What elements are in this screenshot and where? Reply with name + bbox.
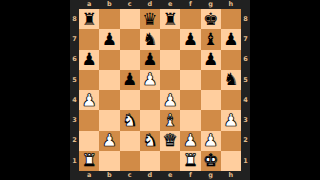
square-a4[interactable]: ♟ bbox=[79, 90, 99, 110]
square-h5[interactable]: ♞ bbox=[221, 70, 241, 90]
square-d7[interactable]: ♞ bbox=[140, 29, 160, 49]
square-f2[interactable]: ♟ bbox=[180, 131, 200, 151]
rank-label-6: 6 bbox=[70, 50, 79, 70]
square-e5[interactable] bbox=[160, 70, 180, 90]
square-h7[interactable]: ♟ bbox=[221, 29, 241, 49]
square-h6[interactable] bbox=[221, 50, 241, 70]
file-label-c: c bbox=[120, 171, 140, 180]
black-knight-piece: ♞ bbox=[142, 30, 157, 47]
square-g7[interactable]: ♝ bbox=[201, 29, 221, 49]
square-a7[interactable] bbox=[79, 29, 99, 49]
white-pawn-piece: ♟ bbox=[223, 111, 238, 128]
black-pawn-piece: ♟ bbox=[82, 51, 97, 68]
rank-labels-right: 87654321 bbox=[241, 9, 250, 171]
square-a2[interactable] bbox=[79, 131, 99, 151]
rank-label-1: 1 bbox=[241, 151, 250, 171]
square-g3[interactable] bbox=[201, 110, 221, 130]
square-d4[interactable] bbox=[140, 90, 160, 110]
square-e2[interactable]: ♛ bbox=[160, 131, 180, 151]
square-b2[interactable]: ♟ bbox=[99, 131, 119, 151]
black-queen-piece: ♛ bbox=[142, 10, 157, 27]
rank-label-2: 2 bbox=[241, 131, 250, 151]
white-rook-piece: ♜ bbox=[82, 152, 97, 169]
square-a3[interactable] bbox=[79, 110, 99, 130]
black-pawn-piece: ♟ bbox=[122, 71, 137, 88]
file-labels-bottom: abcdefgh bbox=[79, 171, 241, 180]
file-label-a: a bbox=[79, 0, 99, 9]
square-d1[interactable] bbox=[140, 151, 160, 171]
square-c7[interactable] bbox=[120, 29, 140, 49]
rank-label-4: 4 bbox=[241, 90, 250, 110]
square-f1[interactable]: ♜ bbox=[180, 151, 200, 171]
file-label-h: h bbox=[221, 171, 241, 180]
rank-labels-left: 87654321 bbox=[70, 9, 79, 171]
rank-label-7: 7 bbox=[70, 29, 79, 49]
square-b4[interactable] bbox=[99, 90, 119, 110]
square-c1[interactable] bbox=[120, 151, 140, 171]
rank-label-2: 2 bbox=[70, 131, 79, 151]
square-a8[interactable]: ♜ bbox=[79, 9, 99, 29]
square-c4[interactable] bbox=[120, 90, 140, 110]
rank-label-8: 8 bbox=[241, 9, 250, 29]
black-pawn-piece: ♟ bbox=[183, 30, 198, 47]
square-f3[interactable] bbox=[180, 110, 200, 130]
square-h1[interactable] bbox=[221, 151, 241, 171]
rank-label-3: 3 bbox=[241, 110, 250, 130]
square-h3[interactable]: ♟ bbox=[221, 110, 241, 130]
white-pawn-piece: ♟ bbox=[142, 71, 157, 88]
white-queen-piece: ♛ bbox=[163, 132, 178, 149]
rank-label-6: 6 bbox=[241, 50, 250, 70]
black-rook-piece: ♜ bbox=[163, 10, 178, 27]
square-e3[interactable]: ♝ bbox=[160, 110, 180, 130]
file-label-d: d bbox=[140, 0, 160, 9]
rank-label-5: 5 bbox=[70, 70, 79, 90]
square-a1[interactable]: ♜ bbox=[79, 151, 99, 171]
black-pawn-piece: ♟ bbox=[102, 30, 117, 47]
white-pawn-piece: ♟ bbox=[203, 132, 218, 149]
square-d6[interactable]: ♟ bbox=[140, 50, 160, 70]
square-h2[interactable] bbox=[221, 131, 241, 151]
square-b1[interactable] bbox=[99, 151, 119, 171]
file-label-b: b bbox=[99, 171, 119, 180]
white-pawn-piece: ♟ bbox=[163, 91, 178, 108]
file-label-e: e bbox=[160, 0, 180, 9]
square-b5[interactable] bbox=[99, 70, 119, 90]
square-e8[interactable]: ♜ bbox=[160, 9, 180, 29]
black-pawn-piece: ♟ bbox=[142, 51, 157, 68]
square-b6[interactable] bbox=[99, 50, 119, 70]
rank-label-5: 5 bbox=[241, 70, 250, 90]
square-g4[interactable] bbox=[201, 90, 221, 110]
square-c2[interactable] bbox=[120, 131, 140, 151]
black-pawn-piece: ♟ bbox=[223, 30, 238, 47]
square-d3[interactable] bbox=[140, 110, 160, 130]
square-g1[interactable]: ♚ bbox=[201, 151, 221, 171]
square-c6[interactable] bbox=[120, 50, 140, 70]
square-e6[interactable] bbox=[160, 50, 180, 70]
square-f8[interactable] bbox=[180, 9, 200, 29]
square-g6[interactable]: ♟ bbox=[201, 50, 221, 70]
square-b8[interactable] bbox=[99, 9, 119, 29]
rank-label-8: 8 bbox=[70, 9, 79, 29]
square-g5[interactable] bbox=[201, 70, 221, 90]
file-label-f: f bbox=[180, 171, 200, 180]
square-f6[interactable] bbox=[180, 50, 200, 70]
square-f4[interactable] bbox=[180, 90, 200, 110]
square-a5[interactable] bbox=[79, 70, 99, 90]
square-c3[interactable]: ♞ bbox=[120, 110, 140, 130]
rank-label-4: 4 bbox=[70, 90, 79, 110]
file-label-b: b bbox=[99, 0, 119, 9]
black-king-piece: ♚ bbox=[203, 10, 218, 27]
black-pawn-piece: ♟ bbox=[203, 51, 218, 68]
square-h4[interactable] bbox=[221, 90, 241, 110]
white-rook-piece: ♜ bbox=[183, 152, 198, 169]
chess-board: ♜♛♜♚♟♞♟♝♟♟♟♟♟♟♞♟♟♞♝♟♟♞♛♟♟♜♜♚ bbox=[79, 9, 241, 171]
white-knight-piece: ♞ bbox=[122, 111, 137, 128]
square-d2[interactable]: ♞ bbox=[140, 131, 160, 151]
square-d8[interactable]: ♛ bbox=[140, 9, 160, 29]
file-label-e: e bbox=[160, 171, 180, 180]
white-pawn-piece: ♟ bbox=[102, 132, 117, 149]
square-f5[interactable] bbox=[180, 70, 200, 90]
square-b3[interactable] bbox=[99, 110, 119, 130]
square-a6[interactable]: ♟ bbox=[79, 50, 99, 70]
file-label-g: g bbox=[201, 171, 221, 180]
square-e7[interactable] bbox=[160, 29, 180, 49]
rank-label-1: 1 bbox=[70, 151, 79, 171]
file-label-g: g bbox=[201, 0, 221, 9]
square-h8[interactable] bbox=[221, 9, 241, 29]
square-b7[interactable]: ♟ bbox=[99, 29, 119, 49]
rank-label-3: 3 bbox=[70, 110, 79, 130]
black-bishop-piece: ♝ bbox=[203, 30, 218, 47]
file-label-h: h bbox=[221, 0, 241, 9]
file-label-d: d bbox=[140, 171, 160, 180]
chess-board-frame: abcdefgh abcdefgh 87654321 87654321 ♜♛♜♚… bbox=[70, 0, 250, 180]
black-knight-piece: ♞ bbox=[223, 71, 238, 88]
square-g8[interactable]: ♚ bbox=[201, 9, 221, 29]
square-c8[interactable] bbox=[120, 9, 140, 29]
file-labels-top: abcdefgh bbox=[79, 0, 241, 9]
square-e1[interactable] bbox=[160, 151, 180, 171]
white-pawn-piece: ♟ bbox=[82, 91, 97, 108]
square-g2[interactable]: ♟ bbox=[201, 131, 221, 151]
square-c5[interactable]: ♟ bbox=[120, 70, 140, 90]
white-pawn-piece: ♟ bbox=[183, 132, 198, 149]
file-label-a: a bbox=[79, 171, 99, 180]
white-king-piece: ♚ bbox=[203, 152, 218, 169]
square-e4[interactable]: ♟ bbox=[160, 90, 180, 110]
rank-label-7: 7 bbox=[241, 29, 250, 49]
file-label-f: f bbox=[180, 0, 200, 9]
white-knight-piece: ♞ bbox=[142, 132, 157, 149]
square-f7[interactable]: ♟ bbox=[180, 29, 200, 49]
file-label-c: c bbox=[120, 0, 140, 9]
white-bishop-piece: ♝ bbox=[163, 111, 178, 128]
square-d5[interactable]: ♟ bbox=[140, 70, 160, 90]
black-rook-piece: ♜ bbox=[82, 10, 97, 27]
